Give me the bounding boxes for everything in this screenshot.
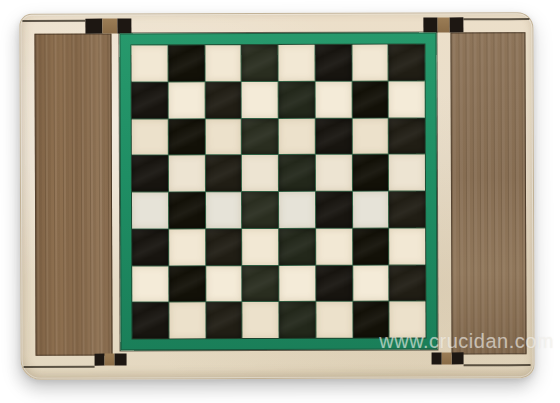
square-dark[interactable]	[132, 156, 168, 192]
frame-line-top-left	[22, 20, 85, 22]
square-light[interactable]	[353, 265, 389, 301]
square-dark[interactable]	[353, 228, 389, 264]
square-dark[interactable]	[169, 192, 205, 228]
inlay-black-stripe	[452, 352, 464, 364]
square-light[interactable]	[205, 45, 241, 81]
inlay-brown-stripe	[102, 19, 117, 34]
square-dark[interactable]	[389, 118, 425, 154]
square-light[interactable]	[316, 228, 352, 264]
square-dark[interactable]	[205, 82, 241, 118]
inlay-black-stripe	[432, 352, 442, 364]
square-dark[interactable]	[242, 192, 278, 228]
square-light[interactable]	[315, 81, 351, 117]
square-dark[interactable]	[169, 266, 205, 302]
square-light[interactable]	[279, 118, 315, 154]
inlay-black-stripe	[449, 17, 463, 32]
square-light[interactable]	[169, 303, 205, 339]
inlay-black-stripe	[423, 17, 437, 32]
inlay-black-stripe	[95, 354, 105, 366]
square-light[interactable]	[132, 266, 168, 302]
square-light[interactable]	[352, 192, 388, 228]
corner-inlay-bottom-left	[20, 13, 532, 15]
square-dark[interactable]	[315, 45, 351, 81]
square-light[interactable]	[169, 229, 205, 265]
square-dark[interactable]	[242, 265, 278, 301]
square-dark[interactable]	[279, 82, 315, 118]
square-dark[interactable]	[316, 192, 352, 228]
square-dark[interactable]	[168, 45, 204, 81]
square-light[interactable]	[242, 82, 278, 118]
inlay-brown-stripe	[442, 352, 452, 364]
square-light[interactable]	[132, 119, 168, 155]
corner-inlay-top-left	[20, 13, 532, 15]
square-dark[interactable]	[389, 44, 425, 80]
square-dark[interactable]	[389, 191, 425, 227]
square-light[interactable]	[352, 118, 388, 154]
inlay-brown-stripe	[105, 354, 115, 366]
frame-line-top-right	[463, 18, 529, 20]
checkerboard[interactable]	[131, 44, 425, 338]
game-board	[19, 12, 534, 380]
square-dark[interactable]	[279, 155, 315, 191]
square-dark[interactable]	[389, 265, 425, 301]
square-light[interactable]	[389, 228, 425, 264]
square-dark[interactable]	[132, 82, 168, 118]
wood-panel-right	[450, 32, 526, 354]
square-dark[interactable]	[206, 302, 242, 338]
square-dark[interactable]	[242, 118, 278, 154]
square-light[interactable]	[389, 155, 425, 191]
square-light[interactable]	[243, 302, 279, 338]
square-dark[interactable]	[205, 155, 241, 191]
square-light[interactable]	[168, 82, 204, 118]
inlay-black-stripe	[115, 354, 127, 366]
square-dark[interactable]	[168, 119, 204, 155]
wood-panel-left	[34, 34, 112, 356]
square-light[interactable]	[316, 302, 352, 338]
square-dark[interactable]	[132, 229, 168, 265]
square-dark[interactable]	[315, 118, 351, 154]
square-dark[interactable]	[279, 229, 315, 265]
square-light[interactable]	[169, 156, 205, 192]
square-light[interactable]	[205, 192, 241, 228]
square-dark[interactable]	[316, 265, 352, 301]
square-dark[interactable]	[352, 155, 388, 191]
square-dark[interactable]	[279, 302, 315, 338]
square-light[interactable]	[132, 192, 168, 228]
square-light[interactable]	[389, 81, 425, 117]
square-dark[interactable]	[352, 81, 388, 117]
green-border	[119, 32, 437, 350]
square-light[interactable]	[279, 192, 315, 228]
frame-line-bottom-left	[24, 366, 95, 368]
square-light[interactable]	[205, 119, 241, 155]
corner-inlay-top-right	[20, 13, 532, 15]
square-dark[interactable]	[242, 45, 278, 81]
corner-inlay-bottom-right	[20, 13, 532, 15]
inlay-black-stripe	[85, 19, 102, 34]
square-dark[interactable]	[353, 302, 389, 338]
photo-background: www.crucidan.com	[0, 0, 560, 403]
inlay-black-stripe	[117, 19, 131, 34]
frame-line-bottom-right	[464, 364, 531, 366]
square-dark[interactable]	[132, 303, 168, 339]
square-light[interactable]	[131, 45, 167, 81]
square-light[interactable]	[279, 265, 315, 301]
square-dark[interactable]	[206, 229, 242, 265]
square-light[interactable]	[206, 266, 242, 302]
square-light[interactable]	[390, 302, 426, 338]
square-light[interactable]	[242, 229, 278, 265]
square-light[interactable]	[352, 45, 388, 81]
square-light[interactable]	[242, 155, 278, 191]
inlay-brown-stripe	[437, 17, 449, 32]
square-light[interactable]	[278, 45, 314, 81]
square-light[interactable]	[316, 155, 352, 191]
